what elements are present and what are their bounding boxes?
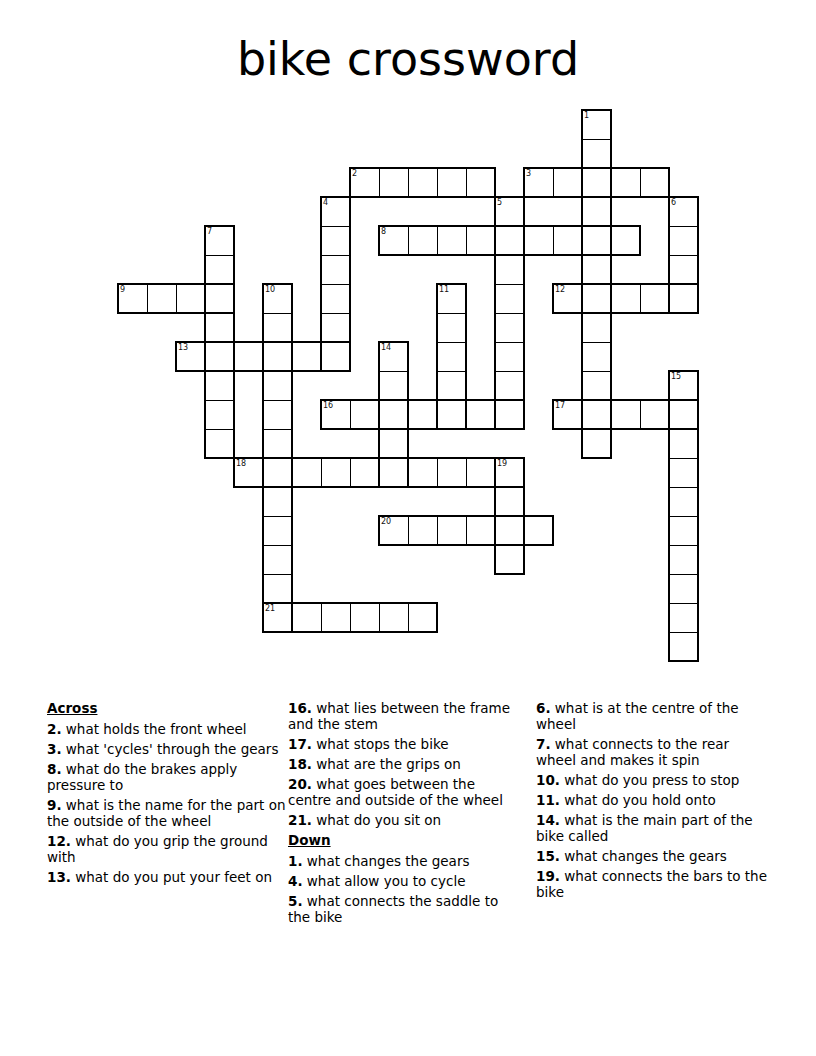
cell-r17c6[interactable] — [292, 603, 322, 633]
clue-text: what do you grip the ground with — [47, 833, 268, 865]
cell-r2c15[interactable] — [553, 168, 583, 198]
cell-r10c3[interactable] — [205, 400, 235, 430]
cell-r2c11[interactable] — [437, 168, 467, 198]
cell-r9c9[interactable] — [379, 371, 409, 401]
cell-r14c12[interactable] — [466, 516, 496, 546]
cell-r3c7[interactable] — [321, 197, 351, 227]
clue-item-11: 11. what do you hold onto — [536, 792, 772, 808]
cell-r17c10[interactable] — [408, 603, 438, 633]
cell-r4c14[interactable] — [524, 226, 554, 256]
cell-r10c18[interactable] — [640, 400, 670, 430]
cell-r5c7[interactable] — [321, 255, 351, 285]
cell-r9c16[interactable] — [582, 371, 612, 401]
clue-item-6: 6. what is at the centre of the wheel — [536, 700, 772, 732]
clue-text: what 'cycles' through the gears — [62, 741, 279, 757]
clue-number: 19. — [536, 868, 560, 884]
cell-r12c10[interactable] — [408, 458, 438, 488]
cell-r12c9[interactable] — [379, 458, 409, 488]
clue-text: what do you sit on — [312, 812, 441, 828]
cell-r12c8[interactable] — [350, 458, 380, 488]
clue-number: 14. — [536, 812, 560, 828]
clue-number: 17. — [288, 736, 312, 752]
cell-r10c9[interactable] — [379, 400, 409, 430]
cell-r14c19[interactable] — [669, 516, 699, 546]
cell-r6c7[interactable] — [321, 284, 351, 314]
cell-r14c14[interactable] — [524, 516, 554, 546]
cell-r2c8[interactable] — [350, 168, 380, 198]
cell-r13c19[interactable] — [669, 487, 699, 517]
cell-r2c10[interactable] — [408, 168, 438, 198]
clue-number: 18. — [288, 756, 312, 772]
down-header: Down — [288, 832, 516, 848]
cell-r4c16[interactable] — [582, 226, 612, 256]
cell-r14c11[interactable] — [437, 516, 467, 546]
clue-text: what do you hold onto — [560, 792, 716, 808]
clue-text: what are the grips on — [312, 756, 461, 772]
cell-r17c8[interactable] — [350, 603, 380, 633]
cell-r6c5[interactable] — [263, 284, 293, 314]
clue-text: what connects the saddle to the bike — [288, 893, 498, 925]
cell-r12c7[interactable] — [321, 458, 351, 488]
cell-r14c10[interactable] — [408, 516, 438, 546]
cell-r2c18[interactable] — [640, 168, 670, 198]
cell-r11c3[interactable] — [205, 429, 235, 459]
clue-item-18: 18. what are the grips on — [288, 756, 516, 772]
cell-r10c11[interactable] — [437, 400, 467, 430]
cell-r2c17[interactable] — [611, 168, 641, 198]
cell-r5c3[interactable] — [205, 255, 235, 285]
cell-r7c16[interactable] — [582, 313, 612, 343]
clue-text: what lies between the frame and the stem — [288, 700, 510, 732]
cell-r15c13[interactable] — [495, 545, 525, 575]
clue-text: what goes between the centre and outside… — [288, 776, 503, 808]
cell-r5c13[interactable] — [495, 255, 525, 285]
cell-r7c3[interactable] — [205, 313, 235, 343]
cell-r5c16[interactable] — [582, 255, 612, 285]
cell-r10c17[interactable] — [611, 400, 641, 430]
cell-r17c7[interactable] — [321, 603, 351, 633]
cell-r4c3[interactable] — [205, 226, 235, 256]
cell-r16c5[interactable] — [263, 574, 293, 604]
clue-number: 9. — [47, 797, 62, 813]
clues-column-left: Across2. what holds the front wheel3. wh… — [47, 700, 287, 889]
clue-number: 8. — [47, 761, 62, 777]
cell-r4c17[interactable] — [611, 226, 641, 256]
cell-r10c8[interactable] — [350, 400, 380, 430]
cell-r12c11[interactable] — [437, 458, 467, 488]
cell-r10c19[interactable] — [669, 400, 699, 430]
clue-number: 12. — [47, 833, 71, 849]
cell-r10c10[interactable] — [408, 400, 438, 430]
cell-r8c13[interactable] — [495, 342, 525, 372]
cell-r12c4[interactable] — [234, 458, 264, 488]
clue-text: what is the name for the part on the out… — [47, 797, 285, 829]
clue-text: what holds the front wheel — [62, 721, 247, 737]
cell-r13c5[interactable] — [263, 487, 293, 517]
clue-text: what allow you to cycle — [303, 873, 466, 889]
clue-number: 2. — [47, 721, 62, 737]
clue-item-7: 7. what connects to the rear wheel and m… — [536, 736, 772, 768]
clue-item-8: 8. what do the brakes apply pressure to — [47, 761, 287, 793]
clue-text: what connects the bars to the bike — [536, 868, 767, 900]
cell-r14c13[interactable] — [495, 516, 525, 546]
clue-item-15: 15. what changes the gears — [536, 848, 772, 864]
cell-r10c15[interactable] — [553, 400, 583, 430]
cell-r4c7[interactable] — [321, 226, 351, 256]
clue-text: what is at the centre of the wheel — [536, 700, 739, 732]
cell-r10c16[interactable] — [582, 400, 612, 430]
cell-r11c9[interactable] — [379, 429, 409, 459]
clue-item-16: 16. what lies between the frame and the … — [288, 700, 516, 732]
cell-r9c5[interactable] — [263, 371, 293, 401]
cell-r17c5[interactable] — [263, 603, 293, 633]
cell-r15c5[interactable] — [263, 545, 293, 575]
cell-r12c12[interactable] — [466, 458, 496, 488]
clue-number: 21. — [288, 812, 312, 828]
clue-item-13: 13. what do you put your feet on — [47, 869, 287, 885]
cell-r2c12[interactable] — [466, 168, 496, 198]
clue-number: 13. — [47, 869, 71, 885]
cell-r6c2[interactable] — [176, 284, 206, 314]
cell-r9c11[interactable] — [437, 371, 467, 401]
cell-r12c6[interactable] — [292, 458, 322, 488]
cell-r3c16[interactable] — [582, 197, 612, 227]
clue-text: what do you press to stop — [560, 772, 739, 788]
clue-number: 4. — [288, 873, 303, 889]
clue-number: 7. — [536, 736, 551, 752]
clue-item-20: 20. what goes between the centre and out… — [288, 776, 516, 808]
cell-r8c7[interactable] — [321, 342, 351, 372]
clue-number: 15. — [536, 848, 560, 864]
page-title: bike crossword — [0, 32, 816, 86]
cell-r18c19[interactable] — [669, 632, 699, 662]
cell-r9c19[interactable] — [669, 371, 699, 401]
cell-r8c11[interactable] — [437, 342, 467, 372]
cell-r12c13[interactable] — [495, 458, 525, 488]
cell-r10c5[interactable] — [263, 400, 293, 430]
clue-number: 16. — [288, 700, 312, 716]
clue-number: 3. — [47, 741, 62, 757]
cell-r6c3[interactable] — [205, 284, 235, 314]
cell-r4c9[interactable] — [379, 226, 409, 256]
cell-r4c10[interactable] — [408, 226, 438, 256]
clue-text: what changes the gears — [560, 848, 727, 864]
cell-r3c19[interactable] — [669, 197, 699, 227]
cell-r6c17[interactable] — [611, 284, 641, 314]
cell-r7c5[interactable] — [263, 313, 293, 343]
cell-r17c9[interactable] — [379, 603, 409, 633]
clue-text: what stops the bike — [312, 736, 449, 752]
clue-item-4: 4. what allow you to cycle — [288, 873, 516, 889]
cell-r11c5[interactable] — [263, 429, 293, 459]
cell-r4c12[interactable] — [466, 226, 496, 256]
cell-r10c13[interactable] — [495, 400, 525, 430]
clues-column-middle: 16. what lies between the frame and the … — [288, 700, 516, 929]
cell-r8c16[interactable] — [582, 342, 612, 372]
cell-r6c11[interactable] — [437, 284, 467, 314]
clue-item-2: 2. what holds the front wheel — [47, 721, 287, 737]
clue-number: 11. — [536, 792, 560, 808]
clue-number: 10. — [536, 772, 560, 788]
cell-r16c19[interactable] — [669, 574, 699, 604]
clue-item-3: 3. what 'cycles' through the gears — [47, 741, 287, 757]
cell-r9c3[interactable] — [205, 371, 235, 401]
cell-r8c4[interactable] — [234, 342, 264, 372]
cell-r8c5[interactable] — [263, 342, 293, 372]
cell-r10c12[interactable] — [466, 400, 496, 430]
cell-r15c19[interactable] — [669, 545, 699, 575]
clue-text: what changes the gears — [303, 853, 470, 869]
cell-r7c7[interactable] — [321, 313, 351, 343]
cell-r7c13[interactable] — [495, 313, 525, 343]
cell-r2c9[interactable] — [379, 168, 409, 198]
cell-r5c19[interactable] — [669, 255, 699, 285]
cell-r12c19[interactable] — [669, 458, 699, 488]
cell-r6c15[interactable] — [553, 284, 583, 314]
cell-r1c16[interactable] — [582, 139, 612, 169]
clue-item-12: 12. what do you grip the ground with — [47, 833, 287, 865]
clue-number: 1. — [288, 853, 303, 869]
clue-item-10: 10. what do you press to stop — [536, 772, 772, 788]
cell-r17c19[interactable] — [669, 603, 699, 633]
cell-r6c0[interactable] — [118, 284, 148, 314]
clue-text: what do the brakes apply pressure to — [47, 761, 237, 793]
cell-r6c1[interactable] — [147, 284, 177, 314]
clue-item-17: 17. what stops the bike — [288, 736, 516, 752]
clue-number: 5. — [288, 893, 303, 909]
clue-text: what do you put your feet on — [71, 869, 272, 885]
cell-r8c2[interactable] — [176, 342, 206, 372]
cell-r4c19[interactable] — [669, 226, 699, 256]
clue-number: 20. — [288, 776, 312, 792]
cell-r11c16[interactable] — [582, 429, 612, 459]
cell-r9c13[interactable] — [495, 371, 525, 401]
cell-r4c15[interactable] — [553, 226, 583, 256]
worksheet-page: { "title": "bike crossword", "game": "cr… — [0, 0, 816, 1056]
cell-r2c16[interactable] — [582, 168, 612, 198]
clue-number: 6. — [536, 700, 551, 716]
clue-item-5: 5. what connects the saddle to the bike — [288, 893, 516, 925]
cell-r0c16[interactable] — [582, 110, 612, 140]
cell-r4c13[interactable] — [495, 226, 525, 256]
clue-item-19: 19. what connects the bars to the bike — [536, 868, 772, 900]
cell-r8c9[interactable] — [379, 342, 409, 372]
clue-item-9: 9. what is the name for the part on the … — [47, 797, 287, 829]
cell-r10c7[interactable] — [321, 400, 351, 430]
cell-r4c11[interactable] — [437, 226, 467, 256]
cell-r11c19[interactable] — [669, 429, 699, 459]
clue-item-21: 21. what do you sit on — [288, 812, 516, 828]
clue-text: what connects to the rear wheel and make… — [536, 736, 729, 768]
cell-r6c16[interactable] — [582, 284, 612, 314]
cell-r14c9[interactable] — [379, 516, 409, 546]
clues-column-right: 6. what is at the centre of the wheel7. … — [536, 700, 772, 904]
clue-text: what is the main part of the bike called — [536, 812, 753, 844]
cell-r8c6[interactable] — [292, 342, 322, 372]
cell-r6c18[interactable] — [640, 284, 670, 314]
cell-r8c3[interactable] — [205, 342, 235, 372]
cell-r3c13[interactable] — [495, 197, 525, 227]
cell-r14c5[interactable] — [263, 516, 293, 546]
clue-item-1: 1. what changes the gears — [288, 853, 516, 869]
cell-r12c5[interactable] — [263, 458, 293, 488]
cell-r6c19[interactable] — [669, 284, 699, 314]
cell-r13c13[interactable] — [495, 487, 525, 517]
cell-r6c13[interactable] — [495, 284, 525, 314]
across-header: Across — [47, 700, 287, 716]
cell-r7c11[interactable] — [437, 313, 467, 343]
clue-item-14: 14. what is the main part of the bike ca… — [536, 812, 772, 844]
cell-r2c14[interactable] — [524, 168, 554, 198]
